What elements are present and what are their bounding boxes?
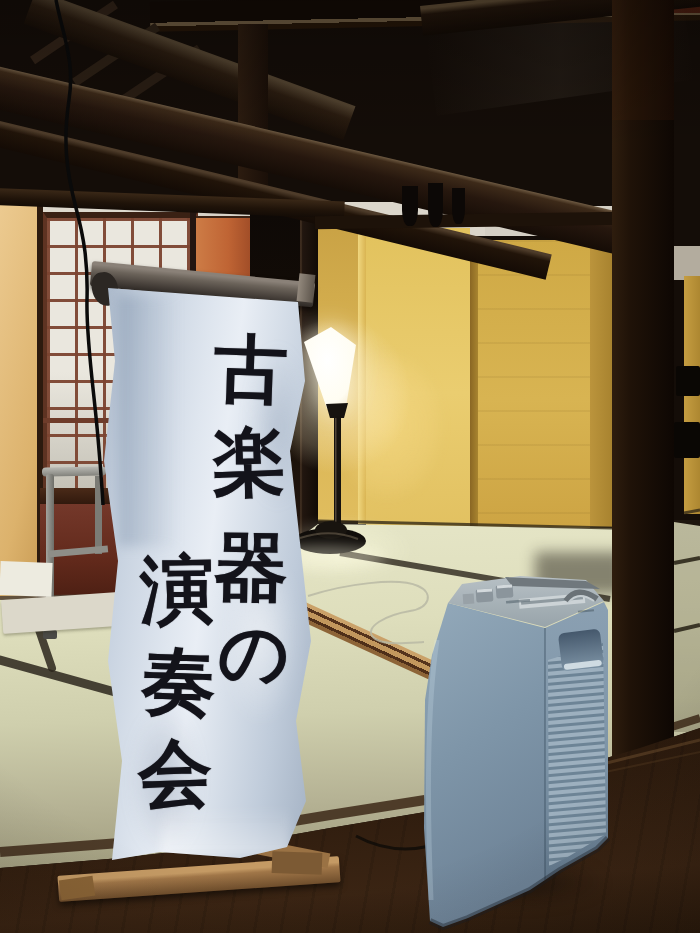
japanese-room-photo: 古 楽 器 の 演 奏 会 — [0, 0, 700, 933]
purifier-side-handle[interactable] — [558, 629, 604, 672]
purifier-left-face — [424, 603, 545, 927]
purifier-vent-louvers — [548, 643, 606, 866]
air-purifier — [0, 0, 700, 933]
